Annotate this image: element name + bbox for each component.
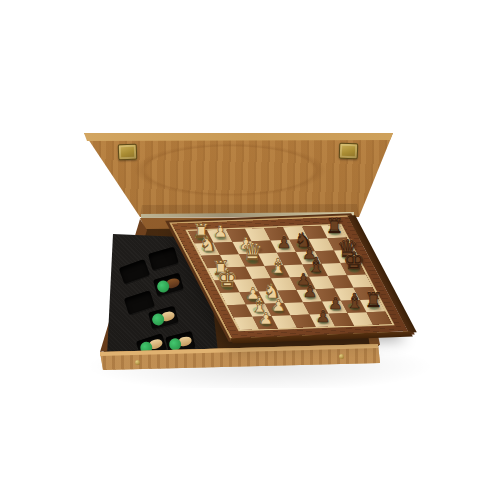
black-pawn[interactable]: ♟	[303, 284, 317, 300]
chess-set-product-photo: ♜♟♜♞♟♟♞♛♟♛♜♝♝♚♚♟♟♞♟♝♟♟♝♜♟♟	[0, 0, 500, 500]
square-d8[interactable]: ♚	[340, 262, 365, 275]
white-pawn[interactable]: ♟	[259, 311, 273, 327]
white-pawn[interactable]: ♟	[271, 298, 285, 314]
brass-pin-right-icon	[339, 354, 344, 359]
white-king[interactable]: ♚	[217, 267, 239, 291]
brass-pin-left-icon	[135, 360, 140, 365]
black-pawn[interactable]: ♟	[277, 235, 291, 251]
black-rook[interactable]: ♜	[364, 290, 382, 310]
black-king[interactable]: ♚	[343, 249, 365, 273]
black-pawn[interactable]: ♟	[328, 296, 342, 312]
square-g8[interactable]: ♜	[360, 299, 385, 312]
chess-board[interactable]: ♜♟♜♞♟♟♞♛♟♛♜♝♝♚♚♟♟♞♟♝♟♟♝♜♟♟	[188, 225, 392, 330]
white-queen[interactable]: ♛	[242, 240, 264, 264]
black-pawn[interactable]: ♟	[316, 309, 330, 325]
black-rook[interactable]: ♜	[325, 216, 343, 236]
hinge-plate-left-icon	[118, 144, 138, 161]
hinge-plate-right-icon	[339, 143, 359, 160]
